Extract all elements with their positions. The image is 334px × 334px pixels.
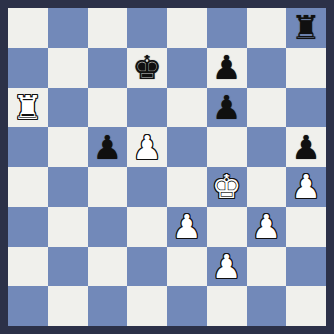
square-a7[interactable]: [8, 48, 48, 88]
square-g6[interactable]: [247, 88, 287, 128]
chess-board: ♜♚♟♜♟♟♟♟♚♟♟♟♟: [8, 8, 326, 326]
piece-white-pawn[interactable]: ♟: [291, 167, 321, 206]
square-c4[interactable]: [88, 167, 128, 207]
square-g4[interactable]: [247, 167, 287, 207]
square-e1[interactable]: [167, 286, 207, 326]
square-c3[interactable]: [88, 207, 128, 247]
piece-black-rook[interactable]: ♜: [291, 8, 321, 47]
square-h3[interactable]: [286, 207, 326, 247]
piece-white-pawn[interactable]: ♟: [212, 247, 242, 286]
square-h1[interactable]: [286, 286, 326, 326]
piece-white-king[interactable]: ♚: [212, 167, 242, 206]
square-a6[interactable]: ♜: [8, 88, 48, 128]
square-d1[interactable]: [127, 286, 167, 326]
square-d4[interactable]: [127, 167, 167, 207]
square-b1[interactable]: [48, 286, 88, 326]
piece-black-pawn[interactable]: ♟: [291, 128, 321, 167]
square-a3[interactable]: [8, 207, 48, 247]
square-d2[interactable]: [127, 247, 167, 287]
square-g5[interactable]: [247, 127, 287, 167]
square-c5[interactable]: ♟: [88, 127, 128, 167]
square-f7[interactable]: ♟: [207, 48, 247, 88]
square-b4[interactable]: [48, 167, 88, 207]
square-h6[interactable]: [286, 88, 326, 128]
piece-black-pawn[interactable]: ♟: [93, 128, 123, 167]
square-a5[interactable]: [8, 127, 48, 167]
square-g2[interactable]: [247, 247, 287, 287]
square-c6[interactable]: [88, 88, 128, 128]
square-d6[interactable]: [127, 88, 167, 128]
square-b7[interactable]: [48, 48, 88, 88]
square-g7[interactable]: [247, 48, 287, 88]
square-g1[interactable]: [247, 286, 287, 326]
square-c8[interactable]: [88, 8, 128, 48]
square-b8[interactable]: [48, 8, 88, 48]
square-e5[interactable]: [167, 127, 207, 167]
square-f6[interactable]: ♟: [207, 88, 247, 128]
square-h8[interactable]: ♜: [286, 8, 326, 48]
square-a2[interactable]: [8, 247, 48, 287]
square-a4[interactable]: [8, 167, 48, 207]
square-e8[interactable]: [167, 8, 207, 48]
square-h5[interactable]: ♟: [286, 127, 326, 167]
square-d8[interactable]: [127, 8, 167, 48]
square-f3[interactable]: [207, 207, 247, 247]
square-f1[interactable]: [207, 286, 247, 326]
square-e2[interactable]: [167, 247, 207, 287]
square-e7[interactable]: [167, 48, 207, 88]
square-c2[interactable]: [88, 247, 128, 287]
square-c7[interactable]: [88, 48, 128, 88]
square-f2[interactable]: ♟: [207, 247, 247, 287]
square-g3[interactable]: ♟: [247, 207, 287, 247]
piece-black-pawn[interactable]: ♟: [212, 48, 242, 87]
square-f4[interactable]: ♚: [207, 167, 247, 207]
square-h7[interactable]: [286, 48, 326, 88]
square-d7[interactable]: ♚: [127, 48, 167, 88]
square-d5[interactable]: ♟: [127, 127, 167, 167]
square-b2[interactable]: [48, 247, 88, 287]
square-a1[interactable]: [8, 286, 48, 326]
square-b3[interactable]: [48, 207, 88, 247]
chess-board-frame: ♜♚♟♜♟♟♟♟♚♟♟♟♟: [0, 0, 334, 334]
square-b6[interactable]: [48, 88, 88, 128]
piece-white-pawn[interactable]: ♟: [132, 128, 162, 167]
square-f8[interactable]: [207, 8, 247, 48]
square-e3[interactable]: ♟: [167, 207, 207, 247]
square-c1[interactable]: [88, 286, 128, 326]
square-e6[interactable]: [167, 88, 207, 128]
piece-white-pawn[interactable]: ♟: [252, 207, 282, 246]
piece-white-rook[interactable]: ♜: [13, 88, 43, 127]
square-d3[interactable]: [127, 207, 167, 247]
square-b5[interactable]: [48, 127, 88, 167]
square-h4[interactable]: ♟: [286, 167, 326, 207]
piece-black-pawn[interactable]: ♟: [212, 88, 242, 127]
square-h2[interactable]: [286, 247, 326, 287]
square-f5[interactable]: [207, 127, 247, 167]
piece-black-king[interactable]: ♚: [132, 48, 162, 87]
square-g8[interactable]: [247, 8, 287, 48]
piece-white-pawn[interactable]: ♟: [172, 207, 202, 246]
square-a8[interactable]: [8, 8, 48, 48]
square-e4[interactable]: [167, 167, 207, 207]
